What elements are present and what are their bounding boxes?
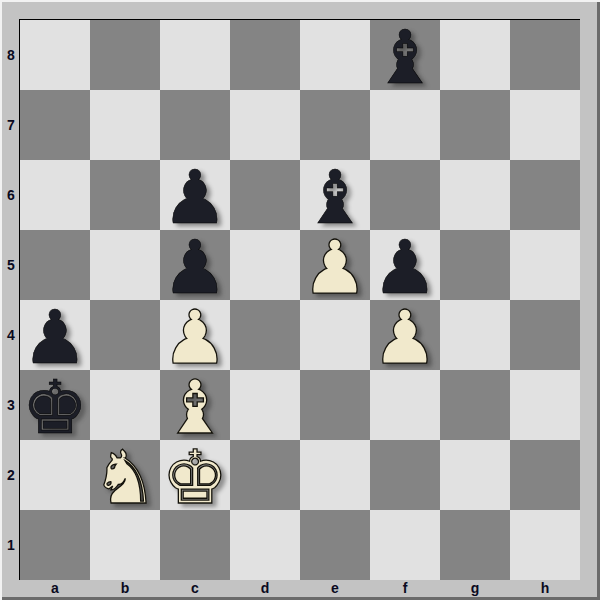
square-d3[interactable] bbox=[230, 370, 300, 440]
square-c8[interactable] bbox=[160, 20, 230, 90]
file-label-e: e bbox=[300, 580, 370, 597]
chess-board-border: ♝♟♝♟♟♟♟♟♟♚♝♞♚ bbox=[19, 19, 580, 580]
square-a8[interactable] bbox=[20, 20, 90, 90]
square-d5[interactable] bbox=[230, 230, 300, 300]
square-g1[interactable] bbox=[440, 510, 510, 580]
square-e5[interactable]: ♟ bbox=[300, 230, 370, 300]
square-g2[interactable] bbox=[440, 440, 510, 510]
square-h6[interactable] bbox=[510, 160, 580, 230]
square-e3[interactable] bbox=[300, 370, 370, 440]
square-e7[interactable] bbox=[300, 90, 370, 160]
rank-label-5: 5 bbox=[0, 230, 19, 300]
square-b2[interactable]: ♞ bbox=[90, 440, 160, 510]
piece-white-pawn: ♟ bbox=[300, 232, 370, 302]
piece-black-pawn: ♟ bbox=[370, 232, 440, 302]
square-d4[interactable] bbox=[230, 300, 300, 370]
square-f7[interactable] bbox=[370, 90, 440, 160]
square-h1[interactable] bbox=[510, 510, 580, 580]
square-g3[interactable] bbox=[440, 370, 510, 440]
file-label-g: g bbox=[440, 580, 510, 597]
square-f1[interactable] bbox=[370, 510, 440, 580]
square-d7[interactable] bbox=[230, 90, 300, 160]
file-label-f: f bbox=[370, 580, 440, 597]
piece-black-pawn: ♟ bbox=[160, 232, 230, 302]
square-e8[interactable] bbox=[300, 20, 370, 90]
piece-black-bishop: ♝ bbox=[370, 22, 440, 92]
square-h2[interactable] bbox=[510, 440, 580, 510]
rank-label-1: 1 bbox=[0, 510, 19, 580]
file-label-d: d bbox=[230, 580, 300, 597]
rank-label-7: 7 bbox=[0, 90, 19, 160]
file-label-b: b bbox=[90, 580, 160, 597]
square-h8[interactable] bbox=[510, 20, 580, 90]
chess-diagram-frame: ♝♟♝♟♟♟♟♟♟♚♝♞♚ 87654321 abcdefgh bbox=[0, 0, 600, 600]
square-a1[interactable] bbox=[20, 510, 90, 580]
rank-label-4: 4 bbox=[0, 300, 19, 370]
square-c1[interactable] bbox=[160, 510, 230, 580]
square-e4[interactable] bbox=[300, 300, 370, 370]
rank-label-3: 3 bbox=[0, 370, 19, 440]
square-b7[interactable] bbox=[90, 90, 160, 160]
square-f2[interactable] bbox=[370, 440, 440, 510]
square-h5[interactable] bbox=[510, 230, 580, 300]
square-e6[interactable]: ♝ bbox=[300, 160, 370, 230]
square-h3[interactable] bbox=[510, 370, 580, 440]
square-c7[interactable] bbox=[160, 90, 230, 160]
square-h4[interactable] bbox=[510, 300, 580, 370]
piece-white-pawn: ♟ bbox=[160, 302, 230, 372]
square-a4[interactable]: ♟ bbox=[20, 300, 90, 370]
square-f5[interactable]: ♟ bbox=[370, 230, 440, 300]
piece-black-pawn: ♟ bbox=[160, 162, 230, 232]
square-c2[interactable]: ♚ bbox=[160, 440, 230, 510]
square-g5[interactable] bbox=[440, 230, 510, 300]
square-f8[interactable]: ♝ bbox=[370, 20, 440, 90]
square-g4[interactable] bbox=[440, 300, 510, 370]
square-a6[interactable] bbox=[20, 160, 90, 230]
square-f3[interactable] bbox=[370, 370, 440, 440]
square-f4[interactable]: ♟ bbox=[370, 300, 440, 370]
piece-white-bishop: ♝ bbox=[160, 372, 230, 442]
rank-label-8: 8 bbox=[0, 20, 19, 90]
square-g8[interactable] bbox=[440, 20, 510, 90]
file-label-a: a bbox=[20, 580, 90, 597]
piece-black-pawn: ♟ bbox=[20, 302, 90, 372]
square-e2[interactable] bbox=[300, 440, 370, 510]
square-d8[interactable] bbox=[230, 20, 300, 90]
square-d2[interactable] bbox=[230, 440, 300, 510]
chess-board: ♝♟♝♟♟♟♟♟♟♚♝♞♚ bbox=[20, 20, 580, 580]
piece-black-bishop: ♝ bbox=[300, 162, 370, 232]
square-b1[interactable] bbox=[90, 510, 160, 580]
square-a3[interactable]: ♚ bbox=[20, 370, 90, 440]
file-label-c: c bbox=[160, 580, 230, 597]
square-d1[interactable] bbox=[230, 510, 300, 580]
square-d6[interactable] bbox=[230, 160, 300, 230]
file-labels: abcdefgh bbox=[20, 580, 580, 597]
square-c5[interactable]: ♟ bbox=[160, 230, 230, 300]
square-a5[interactable] bbox=[20, 230, 90, 300]
square-g7[interactable] bbox=[440, 90, 510, 160]
square-b6[interactable] bbox=[90, 160, 160, 230]
square-h7[interactable] bbox=[510, 90, 580, 160]
square-c4[interactable]: ♟ bbox=[160, 300, 230, 370]
piece-white-pawn: ♟ bbox=[370, 302, 440, 372]
square-b8[interactable] bbox=[90, 20, 160, 90]
square-c6[interactable]: ♟ bbox=[160, 160, 230, 230]
square-a7[interactable] bbox=[20, 90, 90, 160]
square-b4[interactable] bbox=[90, 300, 160, 370]
square-e1[interactable] bbox=[300, 510, 370, 580]
piece-white-knight: ♞ bbox=[90, 442, 160, 512]
square-f6[interactable] bbox=[370, 160, 440, 230]
rank-labels: 87654321 bbox=[0, 20, 19, 580]
square-b5[interactable] bbox=[90, 230, 160, 300]
rank-label-2: 2 bbox=[0, 440, 19, 510]
piece-white-king: ♚ bbox=[160, 442, 230, 512]
square-c3[interactable]: ♝ bbox=[160, 370, 230, 440]
file-label-h: h bbox=[510, 580, 580, 597]
rank-label-6: 6 bbox=[0, 160, 19, 230]
square-b3[interactable] bbox=[90, 370, 160, 440]
piece-black-king: ♚ bbox=[20, 372, 90, 442]
square-a2[interactable] bbox=[20, 440, 90, 510]
square-g6[interactable] bbox=[440, 160, 510, 230]
